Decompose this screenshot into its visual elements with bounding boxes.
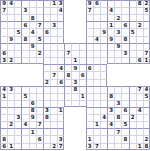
cell-r19c9[interactable] bbox=[57, 128, 64, 135]
cell-r5c1[interactable] bbox=[0, 28, 7, 35]
cell-r13c10[interactable] bbox=[64, 86, 71, 93]
cell-r21c16[interactable] bbox=[107, 143, 114, 151]
cell-r16c3[interactable] bbox=[14, 107, 21, 114]
cell-r5c15[interactable]: 9 bbox=[100, 28, 107, 35]
cell-r18c8[interactable] bbox=[50, 121, 57, 128]
cell-r8c11[interactable] bbox=[71, 50, 78, 57]
cell-r9c11[interactable]: 1 bbox=[71, 57, 78, 65]
cell-r14c6[interactable] bbox=[36, 93, 43, 100]
cell-r5c13[interactable] bbox=[86, 28, 93, 35]
cell-r3c16[interactable] bbox=[107, 14, 114, 21]
cell-r16c13[interactable] bbox=[86, 107, 93, 114]
cell-r8c10[interactable]: 7 bbox=[64, 50, 71, 57]
cell-r19c5[interactable]: 1 bbox=[29, 128, 36, 135]
cell-r18c9[interactable] bbox=[57, 121, 64, 128]
cell-r3c1[interactable] bbox=[0, 14, 7, 21]
cell-r15c14[interactable] bbox=[93, 100, 100, 107]
cell-r4c7[interactable] bbox=[43, 21, 50, 28]
cell-r2c13[interactable]: 7 bbox=[86, 7, 93, 14]
cell-r14c10[interactable] bbox=[64, 93, 71, 100]
cell-r20c21[interactable]: 2 bbox=[143, 135, 150, 142]
cell-r9c8[interactable] bbox=[50, 57, 57, 65]
cell-r3c9[interactable] bbox=[57, 14, 64, 21]
cell-r19c13[interactable] bbox=[86, 128, 93, 135]
cell-r19c16[interactable] bbox=[107, 128, 114, 135]
cell-r3c14[interactable] bbox=[93, 14, 100, 21]
cell-r1c21[interactable]: 2 bbox=[143, 0, 150, 7]
cell-r11c14[interactable] bbox=[93, 71, 100, 78]
cell-r13c21[interactable]: 4 bbox=[143, 86, 150, 93]
cell-r14c17[interactable] bbox=[114, 93, 121, 100]
cell-r9c2[interactable]: 2 bbox=[7, 57, 14, 65]
cell-r4c13[interactable] bbox=[86, 21, 93, 28]
cell-r21c21[interactable]: 8 bbox=[143, 143, 150, 151]
cell-r20c18[interactable]: 8 bbox=[121, 135, 128, 142]
cell-r13c18[interactable] bbox=[121, 86, 128, 93]
cell-r19c6[interactable] bbox=[36, 128, 43, 135]
cell-r9c17[interactable] bbox=[114, 57, 121, 65]
cell-r15c17[interactable]: 3 bbox=[114, 100, 121, 107]
cell-r7c16[interactable] bbox=[107, 43, 114, 50]
cell-r13c15[interactable] bbox=[100, 86, 107, 93]
cell-r5c8[interactable] bbox=[50, 28, 57, 35]
cell-r15c3[interactable] bbox=[14, 100, 21, 107]
cell-r9c5[interactable] bbox=[29, 57, 36, 65]
cell-r4c15[interactable] bbox=[100, 21, 107, 28]
cell-r13c6[interactable] bbox=[36, 86, 43, 93]
cell-r8c6[interactable]: 2 bbox=[36, 50, 43, 57]
cell-r10c12[interactable] bbox=[79, 64, 86, 71]
cell-r11c13[interactable] bbox=[86, 71, 93, 78]
cell-r6c15[interactable] bbox=[100, 36, 107, 43]
cell-r8c7[interactable] bbox=[43, 50, 50, 57]
cell-r21c9[interactable]: 7 bbox=[57, 143, 64, 151]
cell-r7c5[interactable]: 9 bbox=[29, 43, 36, 50]
cell-r1c6[interactable] bbox=[36, 0, 43, 7]
cell-r16c5[interactable]: 8 bbox=[29, 107, 36, 114]
cell-r13c2[interactable]: 3 bbox=[7, 86, 14, 93]
cell-r14c9[interactable] bbox=[57, 93, 64, 100]
cell-r2c5[interactable] bbox=[29, 7, 36, 14]
cell-r18c13[interactable] bbox=[86, 121, 93, 128]
cell-r5c9[interactable] bbox=[57, 28, 64, 35]
cell-r21c8[interactable]: 2 bbox=[50, 143, 57, 151]
cell-r12c7[interactable]: 2 bbox=[43, 79, 50, 86]
cell-r5c7[interactable]: 6 bbox=[43, 28, 50, 35]
cell-r9c12[interactable] bbox=[79, 57, 86, 65]
cell-r10c10[interactable] bbox=[64, 64, 71, 71]
cell-r3c2[interactable] bbox=[7, 14, 14, 21]
cell-r10c9[interactable]: 4 bbox=[57, 64, 64, 71]
cell-r18c20[interactable] bbox=[136, 121, 143, 128]
cell-r20c8[interactable] bbox=[50, 135, 57, 142]
cell-r16c4[interactable] bbox=[21, 107, 28, 114]
cell-r14c21[interactable]: 5 bbox=[143, 93, 150, 100]
cell-r18c16[interactable]: 4 bbox=[107, 121, 114, 128]
cell-r8c15[interactable] bbox=[100, 50, 107, 57]
cell-r8c21[interactable]: 7 bbox=[143, 50, 150, 57]
cell-r20c7[interactable] bbox=[43, 135, 50, 142]
cell-r6c4[interactable]: 8 bbox=[21, 36, 28, 43]
cell-r13c14[interactable] bbox=[93, 86, 100, 93]
cell-r14c14[interactable] bbox=[93, 93, 100, 100]
cell-r7c1[interactable] bbox=[0, 43, 7, 50]
cell-r6c9[interactable] bbox=[57, 36, 64, 43]
cell-r15c19[interactable] bbox=[129, 100, 136, 107]
cell-r16c14[interactable] bbox=[93, 107, 100, 114]
cell-r1c14[interactable]: 6 bbox=[93, 0, 100, 7]
cell-r20c13[interactable]: 1 bbox=[86, 135, 93, 142]
cell-r13c19[interactable] bbox=[129, 86, 136, 93]
cell-r8c9[interactable] bbox=[57, 50, 64, 57]
cell-r5c18[interactable] bbox=[121, 28, 128, 35]
cell-r4c19[interactable] bbox=[129, 21, 136, 28]
cell-r19c7[interactable] bbox=[43, 128, 50, 135]
cell-r19c21[interactable] bbox=[143, 128, 150, 135]
cell-r2c19[interactable] bbox=[129, 7, 136, 14]
cell-r4c17[interactable] bbox=[114, 21, 121, 28]
cell-r5c3[interactable]: 5 bbox=[14, 28, 21, 35]
cell-r19c20[interactable] bbox=[136, 128, 143, 135]
cell-r20c2[interactable] bbox=[7, 135, 14, 142]
cell-r19c4[interactable] bbox=[21, 128, 28, 135]
cell-r1c3[interactable] bbox=[14, 0, 21, 7]
cell-r14c13[interactable] bbox=[86, 93, 93, 100]
cell-r15c20[interactable] bbox=[136, 100, 143, 107]
cell-r13c9[interactable] bbox=[57, 86, 64, 93]
cell-r1c13[interactable]: 9 bbox=[86, 0, 93, 7]
cell-r1c16[interactable] bbox=[107, 0, 114, 7]
cell-r7c9[interactable] bbox=[57, 43, 64, 50]
cell-r3c18[interactable] bbox=[121, 14, 128, 21]
cell-r4c5[interactable] bbox=[29, 21, 36, 28]
cell-r17c5[interactable]: 9 bbox=[29, 114, 36, 121]
cell-r21c17[interactable] bbox=[114, 143, 121, 151]
cell-r17c4[interactable] bbox=[21, 114, 28, 121]
cell-r7c20[interactable] bbox=[136, 43, 143, 50]
cell-r17c19[interactable]: 2 bbox=[129, 114, 136, 121]
cell-r21c20[interactable]: 1 bbox=[136, 143, 143, 151]
cell-r1c1[interactable]: 9 bbox=[0, 0, 7, 7]
cell-r14c18[interactable] bbox=[121, 93, 128, 100]
cell-r5c2[interactable] bbox=[7, 28, 14, 35]
cell-r19c8[interactable] bbox=[50, 128, 57, 135]
cell-r18c6[interactable]: 7 bbox=[36, 121, 43, 128]
cell-r13c17[interactable] bbox=[114, 86, 121, 93]
cell-r18c4[interactable]: 4 bbox=[21, 121, 28, 128]
cell-r15c16[interactable] bbox=[107, 100, 114, 107]
cell-r20c16[interactable] bbox=[107, 135, 114, 142]
cell-r12c14[interactable] bbox=[93, 79, 100, 86]
cell-r14c1[interactable]: 1 bbox=[0, 93, 7, 100]
cell-r1c9[interactable]: 3 bbox=[57, 0, 64, 7]
cell-r15c18[interactable] bbox=[121, 100, 128, 107]
cell-r11c10[interactable]: 8 bbox=[64, 71, 71, 78]
cell-r18c19[interactable] bbox=[129, 121, 136, 128]
cell-r9c9[interactable] bbox=[57, 57, 64, 65]
cell-r1c4[interactable] bbox=[21, 0, 28, 7]
cell-r14c3[interactable] bbox=[14, 93, 21, 100]
cell-r4c20[interactable]: 2 bbox=[136, 21, 143, 28]
cell-r12c12[interactable] bbox=[79, 79, 86, 86]
cell-r16c18[interactable]: 6 bbox=[121, 107, 128, 114]
cell-r7c2[interactable] bbox=[7, 43, 14, 50]
cell-r13c8[interactable] bbox=[50, 86, 57, 93]
cell-r20c5[interactable] bbox=[29, 135, 36, 142]
cell-r13c4[interactable] bbox=[21, 86, 28, 93]
cell-r15c4[interactable] bbox=[21, 100, 28, 107]
cell-r17c1[interactable] bbox=[0, 114, 7, 121]
cell-r17c9[interactable] bbox=[57, 114, 64, 121]
cell-r18c2[interactable]: 2 bbox=[7, 121, 14, 128]
cell-r6c5[interactable] bbox=[29, 36, 36, 43]
cell-r9c14[interactable] bbox=[93, 57, 100, 65]
cell-r4c3[interactable] bbox=[14, 21, 21, 28]
cell-r11c8[interactable]: 7 bbox=[50, 71, 57, 78]
cell-r1c15[interactable] bbox=[100, 0, 107, 7]
cell-r4c9[interactable] bbox=[57, 21, 64, 28]
cell-r3c19[interactable] bbox=[129, 14, 136, 21]
cell-r19c1[interactable] bbox=[0, 128, 7, 135]
cell-r8c13[interactable] bbox=[86, 50, 93, 57]
cell-r5c20[interactable] bbox=[136, 28, 143, 35]
cell-r6c6[interactable]: 5 bbox=[36, 36, 43, 43]
cell-r6c2[interactable]: 9 bbox=[7, 36, 14, 43]
cell-r16c21[interactable] bbox=[143, 107, 150, 114]
cell-r14c19[interactable] bbox=[129, 93, 136, 100]
cell-r8c5[interactable] bbox=[29, 50, 36, 57]
cell-r6c1[interactable] bbox=[0, 36, 7, 43]
cell-r4c6[interactable]: 7 bbox=[36, 21, 43, 28]
cell-r17c7[interactable]: 8 bbox=[43, 114, 50, 121]
cell-r5c6[interactable] bbox=[36, 28, 43, 35]
cell-r12c8[interactable] bbox=[50, 79, 57, 86]
cell-r8c17[interactable] bbox=[114, 50, 121, 57]
cell-r9c19[interactable] bbox=[129, 57, 136, 65]
cell-r15c2[interactable] bbox=[7, 100, 14, 107]
cell-r18c1[interactable] bbox=[0, 121, 7, 128]
cell-r13c16[interactable] bbox=[107, 86, 114, 93]
cell-r15c21[interactable] bbox=[143, 100, 150, 107]
cell-r13c5[interactable] bbox=[29, 86, 36, 93]
cell-r5c17[interactable]: 3 bbox=[114, 28, 121, 35]
cell-r5c14[interactable] bbox=[93, 28, 100, 35]
cell-r14c11[interactable] bbox=[71, 93, 78, 100]
cell-r19c14[interactable] bbox=[93, 128, 100, 135]
cell-r6c14[interactable]: 4 bbox=[93, 36, 100, 43]
cell-r14c8[interactable] bbox=[50, 93, 57, 100]
cell-r20c15[interactable] bbox=[100, 135, 107, 142]
cell-r17c18[interactable] bbox=[121, 114, 128, 121]
cell-r1c7[interactable] bbox=[43, 0, 50, 7]
cell-r1c2[interactable]: 4 bbox=[7, 0, 14, 7]
cell-r19c2[interactable] bbox=[7, 128, 14, 135]
cell-r20c20[interactable] bbox=[136, 135, 143, 142]
cell-r17c20[interactable] bbox=[136, 114, 143, 121]
cell-r9c15[interactable] bbox=[100, 57, 107, 65]
cell-r9c20[interactable]: 6 bbox=[136, 57, 143, 65]
cell-r2c18[interactable] bbox=[121, 7, 128, 14]
cell-r7c12[interactable] bbox=[79, 43, 86, 50]
cell-r8c3[interactable] bbox=[14, 50, 21, 57]
cell-r6c3[interactable] bbox=[14, 36, 21, 43]
cell-r16c8[interactable] bbox=[50, 107, 57, 114]
cell-r8c1[interactable]: 6 bbox=[0, 50, 7, 57]
cell-r15c9[interactable] bbox=[57, 100, 64, 107]
cell-r7c18[interactable] bbox=[121, 43, 128, 50]
cell-r5c5[interactable]: 4 bbox=[29, 28, 36, 35]
cell-r3c17[interactable]: 2 bbox=[114, 14, 121, 21]
cell-r4c14[interactable] bbox=[93, 21, 100, 28]
cell-r7c14[interactable] bbox=[93, 43, 100, 50]
cell-r2c17[interactable] bbox=[114, 7, 121, 14]
cell-r2c16[interactable]: 4 bbox=[107, 7, 114, 14]
cell-r3c13[interactable] bbox=[86, 14, 93, 21]
cell-r8c4[interactable] bbox=[21, 50, 28, 57]
cell-r17c2[interactable] bbox=[7, 114, 14, 121]
cell-r11c15[interactable] bbox=[100, 71, 107, 78]
cell-r12c11[interactable]: 3 bbox=[71, 79, 78, 86]
cell-r18c7[interactable] bbox=[43, 121, 50, 128]
cell-r2c1[interactable]: 7 bbox=[0, 7, 7, 14]
cell-r4c4[interactable]: 6 bbox=[21, 21, 28, 28]
cell-r4c16[interactable]: 1 bbox=[107, 21, 114, 28]
cell-r17c21[interactable] bbox=[143, 114, 150, 121]
cell-r14c5[interactable] bbox=[29, 93, 36, 100]
cell-r20c14[interactable] bbox=[93, 135, 100, 142]
cell-r9c1[interactable]: 3 bbox=[0, 57, 7, 65]
cell-r2c15[interactable] bbox=[100, 7, 107, 14]
cell-r8c20[interactable] bbox=[136, 50, 143, 57]
cell-r20c19[interactable] bbox=[129, 135, 136, 142]
cell-r20c9[interactable]: 3 bbox=[57, 135, 64, 142]
cell-r14c20[interactable] bbox=[136, 93, 143, 100]
cell-r15c11[interactable] bbox=[71, 100, 78, 107]
cell-r17c13[interactable] bbox=[86, 114, 93, 121]
cell-r7c3[interactable] bbox=[14, 43, 21, 50]
cell-r15c8[interactable] bbox=[50, 100, 57, 107]
cell-r1c17[interactable] bbox=[114, 0, 121, 7]
cell-r4c8[interactable]: 3 bbox=[50, 21, 57, 28]
cell-r2c8[interactable] bbox=[50, 7, 57, 14]
cell-r5c16[interactable] bbox=[107, 28, 114, 35]
cell-r6c20[interactable] bbox=[136, 36, 143, 43]
cell-r18c21[interactable] bbox=[143, 121, 150, 128]
cell-r6c19[interactable] bbox=[129, 36, 136, 43]
cell-r11c11[interactable] bbox=[71, 71, 78, 78]
cell-r20c17[interactable] bbox=[114, 135, 121, 142]
cell-r13c13[interactable] bbox=[86, 86, 93, 93]
cell-r10c8[interactable] bbox=[50, 64, 57, 71]
cell-r14c12[interactable]: 1 bbox=[79, 93, 86, 100]
cell-r7c7[interactable] bbox=[43, 43, 50, 50]
cell-r17c14[interactable] bbox=[93, 114, 100, 121]
cell-r7c6[interactable] bbox=[36, 43, 43, 50]
cell-r21c7[interactable] bbox=[43, 143, 50, 151]
cell-r21c4[interactable] bbox=[21, 143, 28, 151]
cell-r12c13[interactable] bbox=[86, 79, 93, 86]
cell-r7c13[interactable] bbox=[86, 43, 93, 50]
cell-r6c13[interactable] bbox=[86, 36, 93, 43]
cell-r11c9[interactable] bbox=[57, 71, 64, 78]
cell-r2c3[interactable] bbox=[14, 7, 21, 14]
cell-r9c21[interactable]: 1 bbox=[143, 57, 150, 65]
cell-r11c12[interactable]: 6 bbox=[79, 71, 86, 78]
cell-r17c6[interactable] bbox=[36, 114, 43, 121]
cell-r11c7[interactable] bbox=[43, 71, 50, 78]
cell-r21c1[interactable]: 6 bbox=[0, 143, 7, 151]
cell-r18c5[interactable] bbox=[29, 121, 36, 128]
cell-r16c6[interactable] bbox=[36, 107, 43, 114]
cell-r17c15[interactable]: 4 bbox=[100, 114, 107, 121]
cell-r15c12[interactable] bbox=[79, 100, 86, 107]
cell-r9c4[interactable] bbox=[21, 57, 28, 65]
cell-r4c18[interactable]: 6 bbox=[121, 21, 128, 28]
cell-r15c1[interactable] bbox=[0, 100, 7, 107]
cell-r3c21[interactable] bbox=[143, 14, 150, 21]
cell-r3c6[interactable] bbox=[36, 14, 43, 21]
cell-r16c9[interactable]: 1 bbox=[57, 107, 64, 114]
cell-r6c16[interactable]: 9 bbox=[107, 36, 114, 43]
cell-r6c21[interactable] bbox=[143, 36, 150, 43]
cell-r8c18[interactable]: 3 bbox=[121, 50, 128, 57]
cell-r10c11[interactable]: 9 bbox=[71, 64, 78, 71]
cell-r7c10[interactable] bbox=[64, 43, 71, 50]
cell-r6c17[interactable] bbox=[114, 36, 121, 43]
cell-r16c1[interactable] bbox=[0, 107, 7, 114]
cell-r21c6[interactable] bbox=[36, 143, 43, 151]
cell-r19c15[interactable] bbox=[100, 128, 107, 135]
cell-r14c15[interactable] bbox=[100, 93, 107, 100]
cell-r12c9[interactable]: 6 bbox=[57, 79, 64, 86]
cell-r19c3[interactable] bbox=[14, 128, 21, 135]
cell-r9c13[interactable] bbox=[86, 57, 93, 65]
cell-r15c15[interactable] bbox=[100, 100, 107, 107]
cell-r7c17[interactable]: 9 bbox=[114, 43, 121, 50]
cell-r3c5[interactable]: 8 bbox=[29, 14, 36, 21]
cell-r4c1[interactable] bbox=[0, 21, 7, 28]
cell-r8c12[interactable] bbox=[79, 50, 86, 57]
cell-r8c14[interactable] bbox=[93, 50, 100, 57]
cell-r2c14[interactable] bbox=[93, 7, 100, 14]
cell-r21c18[interactable] bbox=[121, 143, 128, 151]
cell-r14c16[interactable]: 8 bbox=[107, 93, 114, 100]
cell-r7c4[interactable] bbox=[21, 43, 28, 50]
cell-r17c3[interactable]: 3 bbox=[14, 114, 21, 121]
cell-r7c15[interactable] bbox=[100, 43, 107, 50]
cell-r16c2[interactable] bbox=[7, 107, 14, 114]
cell-r3c8[interactable] bbox=[50, 14, 57, 21]
cell-r20c6[interactable]: 6 bbox=[36, 135, 43, 142]
cell-r13c3[interactable] bbox=[14, 86, 21, 93]
cell-r5c4[interactable] bbox=[21, 28, 28, 35]
cell-r9c18[interactable] bbox=[121, 57, 128, 65]
cell-r18c14[interactable]: 1 bbox=[93, 121, 100, 128]
cell-r13c11[interactable]: 8 bbox=[71, 86, 78, 93]
cell-r2c2[interactable] bbox=[7, 7, 14, 14]
cell-r12c10[interactable] bbox=[64, 79, 71, 86]
cell-r1c8[interactable]: 1 bbox=[50, 0, 57, 7]
cell-r17c8[interactable] bbox=[50, 114, 57, 121]
cell-r1c20[interactable]: 8 bbox=[136, 0, 143, 7]
cell-r21c3[interactable] bbox=[14, 143, 21, 151]
cell-r8c16[interactable] bbox=[107, 50, 114, 57]
cell-r15c6[interactable] bbox=[36, 100, 43, 107]
cell-r20c4[interactable] bbox=[21, 135, 28, 142]
cell-r2c4[interactable]: 3 bbox=[21, 7, 28, 14]
cell-r10c14[interactable] bbox=[93, 64, 100, 71]
cell-r19c18[interactable] bbox=[121, 128, 128, 135]
